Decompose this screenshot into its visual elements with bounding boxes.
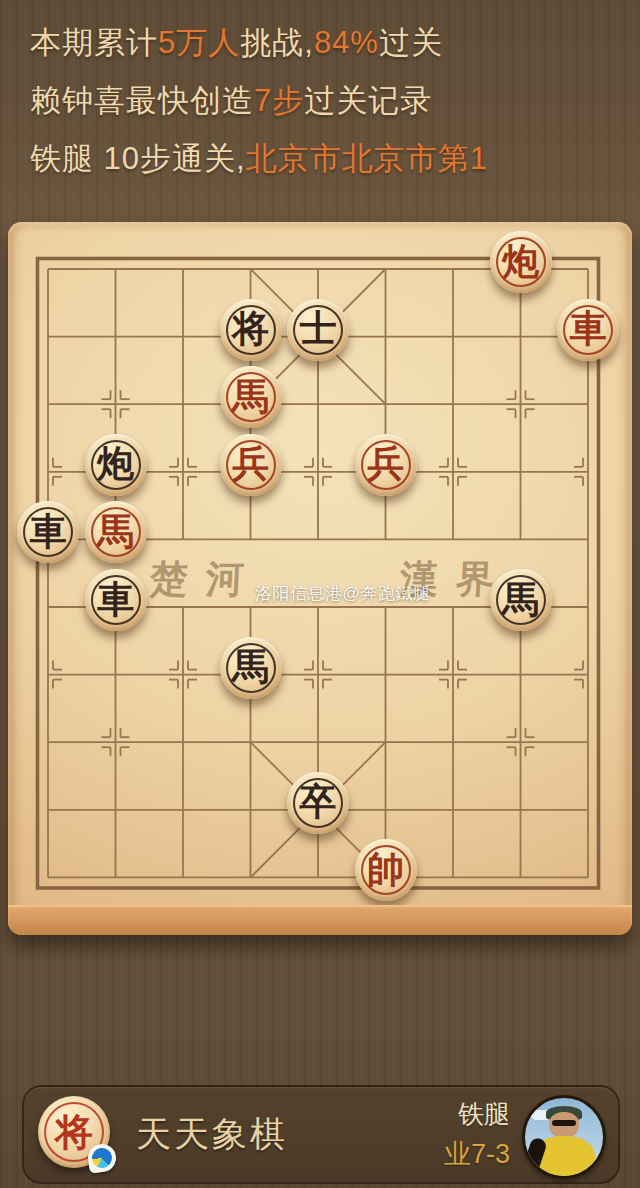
piece-glyph: 兵: [355, 434, 417, 496]
piece-glyph: 士: [287, 299, 349, 361]
banner-text-segment: 84%: [314, 25, 379, 60]
banner-text-segment: 过关记录: [304, 83, 432, 118]
banner-line-1: 本期累计5万人挑战,84%过关: [30, 14, 630, 72]
app-footer-bar: 将 天天象棋 铁腿 业7-3: [22, 1085, 620, 1184]
banner-text-segment: 过关: [379, 25, 443, 60]
banner-text-segment: 挑战,: [240, 25, 314, 60]
red-piece-帥-f5r9[interactable]: 帥: [355, 839, 417, 901]
avatar-sunglasses: [552, 1120, 576, 1126]
piece-glyph: 帥: [355, 839, 417, 901]
red-piece-炮-f7r0[interactable]: 炮: [490, 231, 552, 293]
player-rank-badge: 业7-3: [444, 1136, 510, 1172]
xiangqi-board[interactable]: 楚河 漢界 洛阳信息港@奔跑鐵腿 炮将士車馬炮兵兵車馬車馬馬卒帥: [8, 222, 632, 935]
red-piece-兵-f5r3[interactable]: 兵: [355, 434, 417, 496]
piece-glyph: 馬: [85, 501, 147, 563]
red-piece-馬-f1r4[interactable]: 馬: [85, 501, 147, 563]
player-avatar: [522, 1095, 606, 1179]
piece-glyph: 兵: [220, 434, 282, 496]
piece-glyph: 炮: [85, 434, 147, 496]
black-piece-卒-f4r8[interactable]: 卒: [287, 772, 349, 834]
piece-glyph: 車: [557, 299, 619, 361]
player-info: 铁腿 业7-3: [444, 1087, 510, 1182]
black-piece-将-f3r1[interactable]: 将: [220, 299, 282, 361]
app-screen: 本期累计5万人挑战,84%过关赖钟喜最快创造7步过关记录铁腿 10步通关,北京市…: [0, 0, 640, 1188]
watermark-text: 洛阳信息港@奔跑鐵腿: [255, 582, 430, 605]
challenge-stats-banner: 本期累计5万人挑战,84%过关赖钟喜最快创造7步过关记录铁腿 10步通关,北京市…: [30, 14, 630, 188]
piece-glyph: 馬: [490, 569, 552, 631]
red-piece-車-f8r1[interactable]: 車: [557, 299, 619, 361]
piece-glyph: 馬: [220, 366, 282, 428]
banner-text-segment: 赖钟喜最快创造: [30, 83, 254, 118]
banner-line-3: 铁腿 10步通关,北京市北京市第1: [30, 130, 630, 188]
piece-glyph: 車: [17, 501, 79, 563]
piece-glyph: 将: [220, 299, 282, 361]
black-piece-馬-f7r5[interactable]: 馬: [490, 569, 552, 631]
banner-text-segment: 7步: [254, 83, 304, 118]
black-piece-車-f0r4[interactable]: 車: [17, 501, 79, 563]
piece-glyph: 炮: [490, 231, 552, 293]
black-piece-馬-f3r6[interactable]: 馬: [220, 637, 282, 699]
piece-glyph: 卒: [287, 772, 349, 834]
banner-text-segment: 本期累计: [30, 25, 158, 60]
banner-text-segment: 铁腿 10步通关,: [30, 141, 246, 176]
app-title: 天天象棋: [136, 1087, 288, 1182]
black-piece-炮-f1r3[interactable]: 炮: [85, 434, 147, 496]
banner-line-2: 赖钟喜最快创造7步过关记录: [30, 72, 630, 130]
banner-text-segment: 5万人: [158, 25, 240, 60]
red-piece-兵-f3r3[interactable]: 兵: [220, 434, 282, 496]
piece-glyph: 馬: [220, 637, 282, 699]
banner-text-segment: 北京市北京市第1: [246, 141, 488, 176]
app-icon: 将: [38, 1096, 110, 1168]
red-piece-馬-f3r2[interactable]: 馬: [220, 366, 282, 428]
black-piece-士-f4r1[interactable]: 士: [287, 299, 349, 361]
river-label-chu: 楚河: [149, 554, 264, 605]
black-piece-車-f1r5[interactable]: 車: [85, 569, 147, 631]
piece-glyph: 車: [85, 569, 147, 631]
player-name: 铁腿: [458, 1097, 510, 1132]
